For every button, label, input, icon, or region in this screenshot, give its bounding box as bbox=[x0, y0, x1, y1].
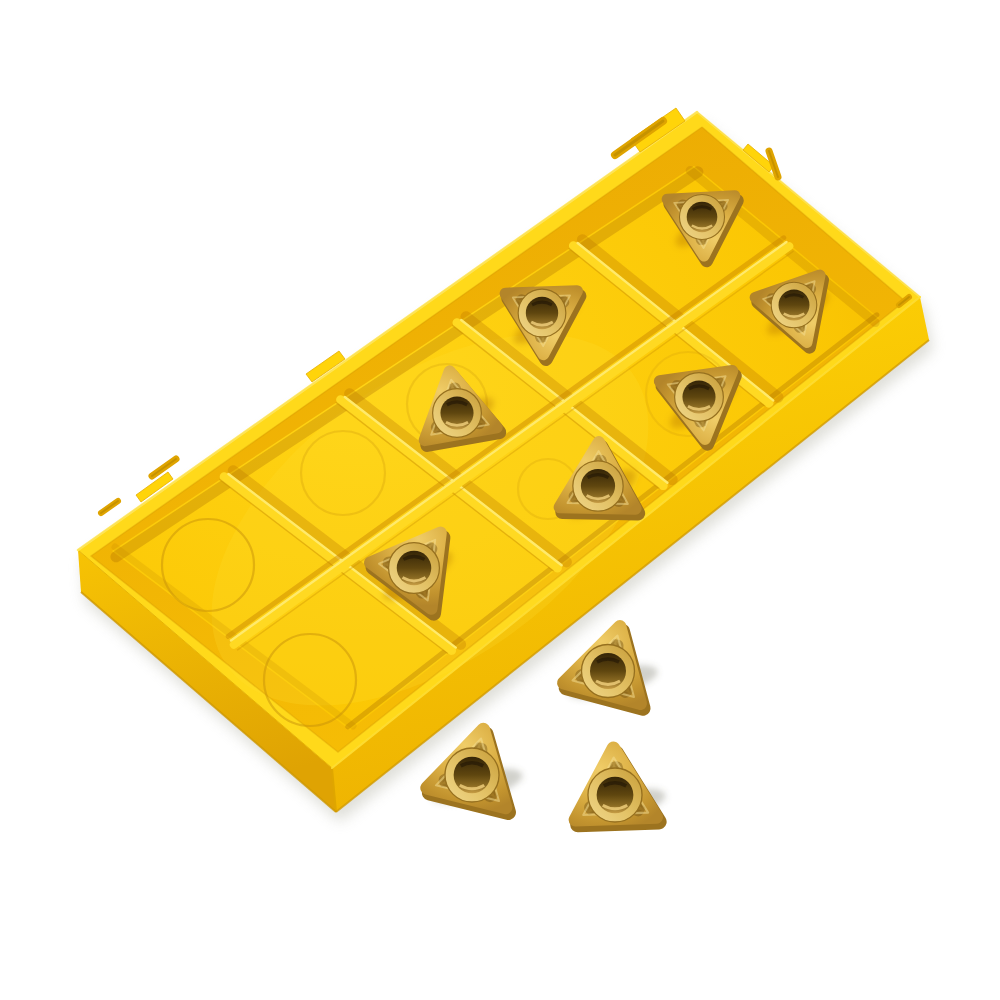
insert-hole bbox=[582, 645, 635, 698]
insert-hole bbox=[771, 282, 817, 328]
product-photo bbox=[0, 0, 1000, 1000]
insert-hole bbox=[679, 194, 724, 239]
scene-svg bbox=[0, 0, 1000, 1000]
insert-hole bbox=[445, 748, 499, 802]
insert-hole bbox=[389, 543, 440, 594]
insert-hole bbox=[518, 289, 566, 337]
insert-hole bbox=[433, 389, 482, 438]
insert-hole bbox=[675, 373, 724, 422]
insert-loose-3 bbox=[571, 747, 659, 837]
insert-hole bbox=[573, 461, 623, 511]
rim-slot-groove-4 bbox=[101, 501, 118, 513]
rim-slot-groove-3 bbox=[152, 459, 176, 476]
insert-hole bbox=[588, 768, 642, 822]
